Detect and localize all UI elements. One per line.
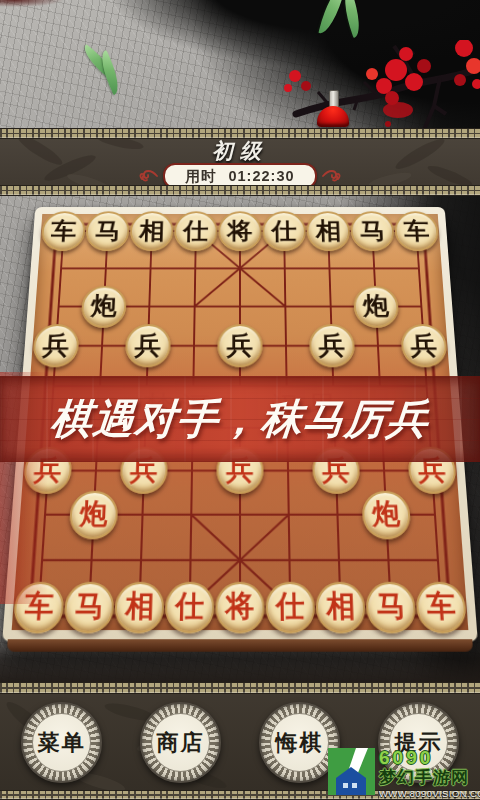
xiangqi-game-screen: 初级 用时 01:22:30 xyxy=(0,0,480,800)
watermark-url: WWW.8090VISION.COM xyxy=(379,789,480,799)
watermark-number: 6090 xyxy=(379,748,480,767)
undo-button-label: 悔棋 xyxy=(276,728,324,758)
piece-red-仕[interactable]: 仕 xyxy=(265,581,315,633)
red-seal-icon xyxy=(316,90,350,130)
meander-border xyxy=(0,682,480,694)
piece-black-仕[interactable]: 仕 xyxy=(174,211,218,251)
shop-button-label: 商店 xyxy=(157,728,205,758)
piece-black-将[interactable]: 将 xyxy=(218,211,261,251)
scroll-flourish-icon xyxy=(322,168,342,184)
quote-banner-text: 棋遇对手，秣马厉兵 xyxy=(49,392,432,447)
menu-button[interactable]: 菜单 xyxy=(21,702,102,783)
site-watermark: 6090 梦幻手游网 WWW.8090VISION.COM xyxy=(328,748,480,799)
header-panel: 初级 用时 01:22:30 xyxy=(0,128,480,196)
piece-black-兵[interactable]: 兵 xyxy=(309,324,355,367)
scroll-flourish-icon xyxy=(138,168,158,184)
timer-label: 用时 xyxy=(185,167,216,186)
shop-button[interactable]: 商店 xyxy=(140,702,221,783)
piece-black-仕[interactable]: 仕 xyxy=(262,211,306,251)
piece-black-兵[interactable]: 兵 xyxy=(217,324,262,367)
piece-black-相[interactable]: 相 xyxy=(306,211,350,251)
piece-red-仕[interactable]: 仕 xyxy=(165,581,215,633)
piece-red-将[interactable]: 将 xyxy=(215,581,265,633)
timer-value: 01:22:30 xyxy=(228,168,294,184)
difficulty-label: 初级 xyxy=(0,137,480,165)
quote-banner: 棋遇对手，秣马厉兵 xyxy=(0,376,480,462)
watermark-site-name: 梦幻手游网 xyxy=(379,769,480,786)
site-logo-icon xyxy=(328,748,375,795)
menu-button-label: 菜单 xyxy=(38,728,86,758)
